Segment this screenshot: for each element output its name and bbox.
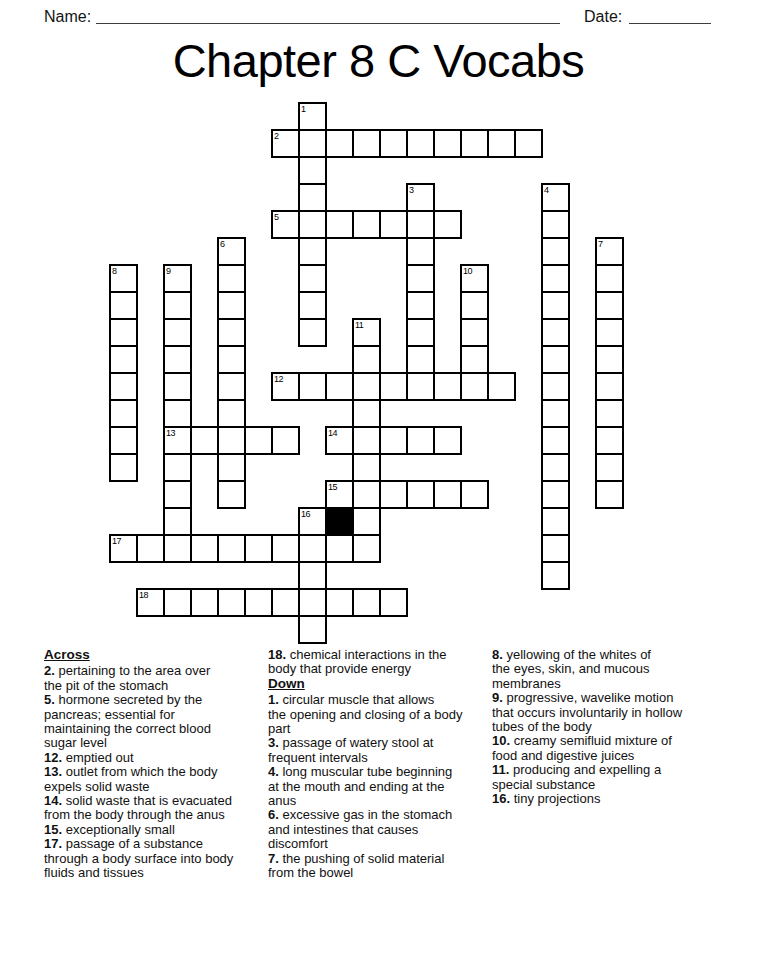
page-title: Chapter 8 C Vocabs xyxy=(0,33,757,88)
grid-cell[interactable] xyxy=(541,507,570,536)
grid-cell[interactable] xyxy=(298,588,327,617)
grid-cell[interactable] xyxy=(244,426,273,455)
crossword-grid: 123456789101112131415161718 xyxy=(109,102,624,644)
grid-cell[interactable] xyxy=(541,345,570,374)
across-clue-2: 2. pertaining to the area over the pit o… xyxy=(44,664,274,693)
clue-number: 15 xyxy=(328,482,337,492)
grid-cell[interactable] xyxy=(595,399,624,428)
grid-cell[interactable] xyxy=(352,399,381,428)
grid-cell[interactable] xyxy=(298,183,327,212)
grid-cell[interactable] xyxy=(541,561,570,590)
grid-cell[interactable] xyxy=(217,588,246,617)
grid-cell[interactable] xyxy=(460,345,489,374)
clue-column-3: 8. yellowing of the whites of the eyes, … xyxy=(492,648,722,806)
grid-cell[interactable] xyxy=(541,453,570,482)
grid-cell[interactable]: 11 xyxy=(352,318,381,347)
grid-cell[interactable]: 16 xyxy=(298,507,327,536)
across-clue-13: 13. outlet from which the body expels so… xyxy=(44,765,274,794)
down-clue-8: 8. yellowing of the whites of the eyes, … xyxy=(492,648,722,691)
across-clue-12: 12. emptied out xyxy=(44,751,274,765)
grid-cell[interactable] xyxy=(352,480,381,509)
worksheet-page: Name: Date: Chapter 8 C Vocabs 123456789… xyxy=(0,0,757,980)
grid-cell[interactable] xyxy=(595,426,624,455)
date-label: Date: xyxy=(584,8,622,26)
grid-cell[interactable] xyxy=(109,345,138,374)
across-clues-header: Across xyxy=(44,648,274,662)
grid-cell[interactable] xyxy=(109,426,138,455)
grid-cell[interactable] xyxy=(298,561,327,590)
grid-cell[interactable] xyxy=(298,615,327,644)
clue-number: 8 xyxy=(112,266,117,276)
grid-cell[interactable] xyxy=(379,426,408,455)
grid-cell[interactable] xyxy=(190,534,219,563)
grid-cell[interactable] xyxy=(163,480,192,509)
clue-number: 3 xyxy=(409,185,414,195)
clue-number: 2 xyxy=(274,131,279,141)
grid-cell[interactable]: 6 xyxy=(217,237,246,266)
grid-cell[interactable] xyxy=(433,210,462,239)
grid-cell[interactable] xyxy=(460,129,489,158)
down-clue-4: 4. long muscular tube beginning at the m… xyxy=(268,765,498,808)
grid-cell[interactable] xyxy=(487,129,516,158)
grid-cell[interactable] xyxy=(325,129,354,158)
grid-cell[interactable] xyxy=(406,210,435,239)
grid-cell[interactable] xyxy=(433,480,462,509)
grid-cell[interactable] xyxy=(460,318,489,347)
down-clue-10: 10. creamy semifluid mixture of food and… xyxy=(492,734,722,763)
grid-cell[interactable] xyxy=(541,534,570,563)
grid-cell[interactable] xyxy=(163,318,192,347)
clue-number: 13 xyxy=(166,428,175,438)
down-clue-1: 1. circular muscle that allows the openi… xyxy=(268,693,498,736)
grid-cell[interactable] xyxy=(541,426,570,455)
grid-cell[interactable] xyxy=(217,426,246,455)
clue-number: 17 xyxy=(112,536,121,546)
grid-cell[interactable] xyxy=(298,156,327,185)
grid-cell[interactable] xyxy=(109,372,138,401)
clue-column-1: Across2. pertaining to the area over the… xyxy=(44,648,274,881)
grid-cell[interactable]: 8 xyxy=(109,264,138,293)
grid-cell[interactable] xyxy=(352,588,381,617)
grid-cell[interactable]: 12 xyxy=(271,372,300,401)
down-clue-9: 9. progressive, wavelike motion that occ… xyxy=(492,691,722,734)
clue-number: 5 xyxy=(274,212,279,222)
grid-cell[interactable] xyxy=(541,210,570,239)
grid-cell[interactable]: 18 xyxy=(136,588,165,617)
grid-cell[interactable] xyxy=(325,372,354,401)
grid-cell[interactable] xyxy=(217,372,246,401)
grid-cell-black xyxy=(325,507,354,536)
grid-cell[interactable]: 3 xyxy=(406,183,435,212)
clue-number: 16 xyxy=(301,509,310,519)
grid-cell[interactable] xyxy=(595,318,624,347)
grid-cell[interactable]: 14 xyxy=(325,426,354,455)
grid-cell[interactable]: 2 xyxy=(271,129,300,158)
grid-cell[interactable] xyxy=(163,345,192,374)
grid-cell[interactable] xyxy=(217,534,246,563)
grid-cell[interactable] xyxy=(325,534,354,563)
grid-cell[interactable] xyxy=(109,453,138,482)
grid-cell[interactable]: 5 xyxy=(271,210,300,239)
clue-number: 1 xyxy=(301,104,306,114)
grid-cell[interactable]: 9 xyxy=(163,264,192,293)
grid-cell[interactable] xyxy=(595,291,624,320)
grid-cell[interactable] xyxy=(406,264,435,293)
grid-cell[interactable] xyxy=(541,372,570,401)
grid-cell[interactable] xyxy=(379,588,408,617)
grid-cell[interactable] xyxy=(595,345,624,374)
grid-cell[interactable]: 15 xyxy=(325,480,354,509)
grid-cell[interactable] xyxy=(217,291,246,320)
grid-cell[interactable] xyxy=(406,291,435,320)
clue-number: 7 xyxy=(598,239,603,249)
grid-cell[interactable] xyxy=(379,372,408,401)
grid-cell[interactable] xyxy=(460,291,489,320)
grid-cell[interactable] xyxy=(298,372,327,401)
grid-cell[interactable] xyxy=(136,534,165,563)
grid-cell[interactable] xyxy=(109,318,138,347)
grid-cell[interactable] xyxy=(298,210,327,239)
grid-cell[interactable] xyxy=(379,480,408,509)
clue-number: 12 xyxy=(274,374,283,384)
grid-cell[interactable]: 4 xyxy=(541,183,570,212)
grid-cell[interactable] xyxy=(298,237,327,266)
across-clue-15: 15. exceptionally small xyxy=(44,823,274,837)
grid-cell[interactable] xyxy=(460,480,489,509)
clue-number: 11 xyxy=(355,320,363,330)
grid-cell[interactable] xyxy=(352,534,381,563)
grid-cell[interactable] xyxy=(595,372,624,401)
grid-cell[interactable] xyxy=(190,588,219,617)
grid-cell[interactable] xyxy=(595,480,624,509)
grid-cell[interactable] xyxy=(217,399,246,428)
grid-cell[interactable] xyxy=(406,237,435,266)
clue-number: 4 xyxy=(544,185,549,195)
grid-cell[interactable]: 7 xyxy=(595,237,624,266)
grid-cell[interactable] xyxy=(217,318,246,347)
grid-cell[interactable] xyxy=(541,237,570,266)
across-clue-17: 17. passage of a substance through a bod… xyxy=(44,837,274,880)
grid-cell[interactable] xyxy=(352,453,381,482)
grid-cell[interactable] xyxy=(352,210,381,239)
grid-cell[interactable] xyxy=(379,210,408,239)
grid-cell[interactable] xyxy=(217,480,246,509)
grid-cell[interactable] xyxy=(217,345,246,374)
grid-cell[interactable] xyxy=(352,372,381,401)
grid-cell[interactable] xyxy=(379,129,408,158)
down-clue-11: 11. producing and expelling a special su… xyxy=(492,763,722,792)
grid-cell[interactable] xyxy=(298,534,327,563)
name-label: Name: xyxy=(44,8,91,26)
grid-cell[interactable] xyxy=(541,399,570,428)
grid-cell[interactable] xyxy=(406,372,435,401)
grid-cell[interactable] xyxy=(406,318,435,347)
grid-cell[interactable] xyxy=(163,507,192,536)
clue-number: 10 xyxy=(463,266,472,276)
grid-cell[interactable] xyxy=(352,129,381,158)
grid-cell[interactable] xyxy=(433,426,462,455)
grid-cell[interactable] xyxy=(352,345,381,374)
grid-cell[interactable] xyxy=(190,426,219,455)
grid-cell[interactable] xyxy=(406,480,435,509)
across-clue-18: 18. chemical interactions in the body th… xyxy=(268,648,498,677)
down-clue-6: 6. excessive gas in the stomach and inte… xyxy=(268,808,498,851)
grid-cell[interactable] xyxy=(406,345,435,374)
clue-number: 6 xyxy=(220,239,225,249)
grid-cell[interactable] xyxy=(433,129,462,158)
across-clue-5: 5. hormone secreted by the pancreas; ess… xyxy=(44,693,274,751)
date-blank-line[interactable] xyxy=(629,23,711,24)
grid-cell[interactable]: 13 xyxy=(163,426,192,455)
down-clue-3: 3. passage of watery stool at frequent i… xyxy=(268,736,498,765)
name-blank-line[interactable] xyxy=(96,23,560,24)
grid-cell[interactable] xyxy=(217,264,246,293)
grid-cell[interactable] xyxy=(217,453,246,482)
grid-cell[interactable] xyxy=(541,318,570,347)
grid-cell[interactable] xyxy=(163,372,192,401)
grid-cell[interactable] xyxy=(163,588,192,617)
grid-cell[interactable] xyxy=(298,291,327,320)
clue-column-2: 18. chemical interactions in the body th… xyxy=(268,648,498,881)
grid-cell[interactable] xyxy=(298,264,327,293)
down-clue-7: 7. the pushing of solid material from th… xyxy=(268,852,498,881)
clue-number: 14 xyxy=(328,428,337,438)
grid-cell[interactable] xyxy=(244,588,273,617)
grid-cell[interactable] xyxy=(271,588,300,617)
grid-cell[interactable] xyxy=(298,129,327,158)
grid-cell[interactable] xyxy=(406,426,435,455)
grid-cell[interactable] xyxy=(163,399,192,428)
grid-cell[interactable] xyxy=(325,588,354,617)
grid-cell[interactable] xyxy=(352,426,381,455)
grid-cell[interactable] xyxy=(109,399,138,428)
clue-number: 9 xyxy=(166,266,171,276)
grid-cell[interactable] xyxy=(406,129,435,158)
grid-cell[interactable] xyxy=(109,291,138,320)
grid-cell[interactable] xyxy=(595,453,624,482)
grid-cell[interactable]: 1 xyxy=(298,102,327,131)
grid-cell[interactable] xyxy=(541,264,570,293)
grid-cell[interactable] xyxy=(460,372,489,401)
grid-cell[interactable] xyxy=(163,453,192,482)
grid-cell[interactable] xyxy=(298,318,327,347)
grid-cell[interactable] xyxy=(514,129,543,158)
down-clue-16: 16. tiny projections xyxy=(492,792,722,806)
grid-cell[interactable] xyxy=(271,534,300,563)
grid-cell[interactable] xyxy=(325,210,354,239)
grid-cell[interactable] xyxy=(433,372,462,401)
grid-cell[interactable] xyxy=(271,426,300,455)
grid-cell[interactable] xyxy=(163,534,192,563)
grid-cell[interactable] xyxy=(541,480,570,509)
down-clues-header: Down xyxy=(268,677,498,691)
grid-cell[interactable] xyxy=(595,264,624,293)
grid-cell[interactable] xyxy=(163,291,192,320)
grid-cell[interactable] xyxy=(487,372,516,401)
grid-cell[interactable] xyxy=(541,291,570,320)
grid-cell[interactable] xyxy=(244,534,273,563)
grid-cell[interactable]: 17 xyxy=(109,534,138,563)
grid-cell[interactable]: 10 xyxy=(460,264,489,293)
grid-cell[interactable] xyxy=(352,507,381,536)
clue-number: 18 xyxy=(139,590,148,600)
across-clue-14: 14. solid waste that is evacuated from t… xyxy=(44,794,274,823)
